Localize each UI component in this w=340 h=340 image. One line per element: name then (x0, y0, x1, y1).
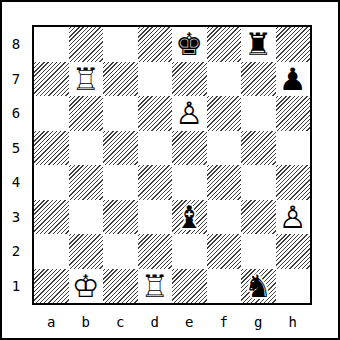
square-h3[interactable]: ♙ (276, 200, 311, 235)
file-label-g: g (241, 305, 276, 339)
square-a2[interactable] (34, 234, 69, 269)
square-d6[interactable] (138, 96, 173, 131)
square-d7[interactable] (138, 62, 173, 97)
rank-label-2: 2 (2, 234, 30, 269)
square-c5[interactable] (103, 131, 138, 166)
file-label-f: f (207, 305, 242, 339)
square-f8[interactable] (207, 27, 242, 62)
square-b6[interactable] (69, 96, 104, 131)
rank-label-4: 4 (2, 165, 30, 200)
square-b2[interactable] (69, 234, 104, 269)
square-a1[interactable] (34, 269, 69, 304)
square-h1[interactable] (276, 269, 311, 304)
black-pawn: ♟ (279, 62, 307, 96)
square-f7[interactable] (207, 62, 242, 97)
square-g6[interactable] (241, 96, 276, 131)
square-f6[interactable] (207, 96, 242, 131)
black-bishop: ♝ (175, 200, 203, 234)
square-g7[interactable] (241, 62, 276, 97)
rank-label-5: 5 (2, 131, 30, 166)
rank-label-3: 3 (2, 200, 30, 235)
black-knight: ♞ (244, 269, 272, 303)
square-g5[interactable] (241, 131, 276, 166)
square-e7[interactable] (172, 62, 207, 97)
square-e2[interactable] (172, 234, 207, 269)
square-a4[interactable] (34, 165, 69, 200)
square-b4[interactable] (69, 165, 104, 200)
square-g3[interactable] (241, 200, 276, 235)
rank-label-7: 7 (2, 62, 30, 97)
square-g2[interactable] (241, 234, 276, 269)
square-c1[interactable] (103, 269, 138, 304)
file-label-d: d (138, 305, 173, 339)
square-c7[interactable] (103, 62, 138, 97)
square-e5[interactable] (172, 131, 207, 166)
square-d5[interactable] (138, 131, 173, 166)
square-d3[interactable] (138, 200, 173, 235)
white-rook: ♖ (141, 269, 169, 303)
square-e1[interactable] (172, 269, 207, 304)
square-c2[interactable] (103, 234, 138, 269)
rank-label-8: 8 (2, 27, 30, 62)
square-h4[interactable] (276, 165, 311, 200)
square-h6[interactable] (276, 96, 311, 131)
square-f1[interactable] (207, 269, 242, 304)
square-e8[interactable]: ♚ (172, 27, 207, 62)
square-h7[interactable]: ♟ (276, 62, 311, 97)
file-label-c: c (103, 305, 138, 339)
square-c3[interactable] (103, 200, 138, 235)
square-e4[interactable] (172, 165, 207, 200)
square-h5[interactable] (276, 131, 311, 166)
rank-labels: 87654321 (2, 27, 30, 303)
square-g8[interactable]: ♜ (241, 27, 276, 62)
file-label-e: e (172, 305, 207, 339)
chess-board: ♚♜♖♟♙♝♙♔♖♞ (32, 25, 312, 305)
file-label-h: h (276, 305, 311, 339)
file-labels: abcdefgh (34, 305, 310, 339)
square-f3[interactable] (207, 200, 242, 235)
white-king: ♔ (72, 269, 100, 303)
black-king: ♚ (175, 27, 203, 61)
square-d4[interactable] (138, 165, 173, 200)
file-label-b: b (69, 305, 104, 339)
square-g1[interactable]: ♞ (241, 269, 276, 304)
square-b7[interactable]: ♖ (69, 62, 104, 97)
square-a3[interactable] (34, 200, 69, 235)
white-rook: ♖ (72, 62, 100, 96)
white-pawn: ♙ (175, 96, 203, 130)
square-d8[interactable] (138, 27, 173, 62)
square-e6[interactable]: ♙ (172, 96, 207, 131)
square-c8[interactable] (103, 27, 138, 62)
rank-label-6: 6 (2, 96, 30, 131)
square-d2[interactable] (138, 234, 173, 269)
square-d1[interactable]: ♖ (138, 269, 173, 304)
black-rook: ♜ (244, 27, 272, 61)
chess-diagram: 87654321 ♚♜♖♟♙♝♙♔♖♞ abcdefgh (0, 0, 340, 340)
square-g4[interactable] (241, 165, 276, 200)
square-c4[interactable] (103, 165, 138, 200)
rank-label-1: 1 (2, 269, 30, 304)
square-b8[interactable] (69, 27, 104, 62)
square-a8[interactable] (34, 27, 69, 62)
square-b5[interactable] (69, 131, 104, 166)
white-pawn: ♙ (279, 200, 307, 234)
square-f5[interactable] (207, 131, 242, 166)
square-a6[interactable] (34, 96, 69, 131)
square-f4[interactable] (207, 165, 242, 200)
square-h8[interactable] (276, 27, 311, 62)
square-b3[interactable] (69, 200, 104, 235)
square-c6[interactable] (103, 96, 138, 131)
square-a7[interactable] (34, 62, 69, 97)
square-h2[interactable] (276, 234, 311, 269)
square-a5[interactable] (34, 131, 69, 166)
square-f2[interactable] (207, 234, 242, 269)
file-label-a: a (34, 305, 69, 339)
square-e3[interactable]: ♝ (172, 200, 207, 235)
square-b1[interactable]: ♔ (69, 269, 104, 304)
